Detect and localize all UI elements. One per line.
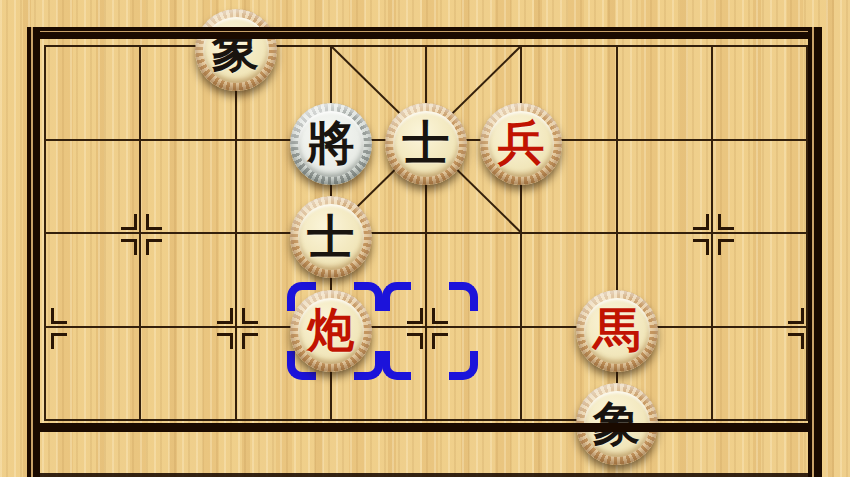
piece-general-black[interactable]: 將 [290, 103, 372, 185]
piece-glyph: 士 [403, 119, 450, 166]
piece-advisor-black[interactable]: 士 [290, 196, 372, 278]
piece-glyph: 將 [307, 119, 354, 166]
river-bottom-edge [40, 473, 808, 477]
star-point-marker [407, 333, 423, 349]
xiangqi-board: 象將士兵士炮馬象 [0, 0, 850, 477]
star-point-marker [242, 333, 258, 349]
piece-advisor-black[interactable]: 士 [385, 103, 467, 185]
star-point-marker [242, 308, 258, 324]
star-point-marker [121, 239, 137, 255]
board-frame-top [27, 27, 822, 39]
board-frame-right [808, 27, 822, 477]
piece-elephant-black[interactable]: 象 [195, 9, 277, 91]
selection-bracket-corner [449, 351, 478, 380]
star-point-marker [788, 308, 804, 324]
piece-cannon-red[interactable]: 炮 [290, 290, 372, 372]
star-point-marker [146, 214, 162, 230]
star-point-marker [693, 214, 709, 230]
star-point-marker [217, 333, 233, 349]
piece-glyph: 馬 [593, 306, 640, 353]
star-point-marker [788, 333, 804, 349]
star-point-marker [51, 333, 67, 349]
piece-horse-red[interactable]: 馬 [576, 290, 658, 372]
star-point-marker [432, 308, 448, 324]
river-top-edge [40, 423, 808, 432]
grid-line-vertical [711, 45, 713, 421]
star-point-marker [217, 308, 233, 324]
piece-glyph: 兵 [498, 119, 545, 166]
piece-glyph: 炮 [307, 306, 354, 353]
board-grid[interactable]: 象將士兵士炮馬象 [0, 0, 850, 477]
grid-line-vertical [235, 45, 237, 421]
selection-bracket-corner [382, 282, 411, 311]
star-point-marker [432, 333, 448, 349]
piece-glyph: 士 [307, 213, 354, 260]
star-point-marker [146, 239, 162, 255]
grid-line-vertical [44, 45, 46, 421]
star-point-marker [718, 214, 734, 230]
star-point-marker [718, 239, 734, 255]
piece-soldier-red[interactable]: 兵 [480, 103, 562, 185]
selection-bracket-corner [382, 351, 411, 380]
grid-line-vertical [139, 45, 141, 421]
grid-line-vertical [425, 45, 427, 421]
selection-bracket-corner [449, 282, 478, 311]
star-point-marker [51, 308, 67, 324]
star-point-marker [693, 239, 709, 255]
board-frame-left [27, 27, 40, 477]
star-point-marker [121, 214, 137, 230]
